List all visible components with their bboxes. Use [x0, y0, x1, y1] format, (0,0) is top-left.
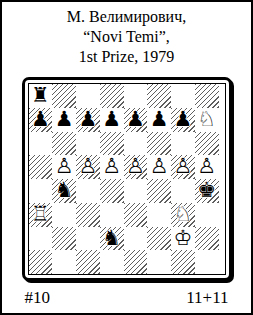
piece-outline-layer: ♖: [29, 203, 53, 227]
square-f4: [147, 179, 171, 203]
chess-board-inner-frame: ♜♜♟♟♟♟♟♟♟♟♟♟♟♟♟♟♞♘♟♙♟♙♟♙♟♙♟♙♟♙♟♙♞♞♚♚♜♖♞♘…: [28, 83, 226, 275]
square-b5: ♟♙: [52, 155, 76, 179]
square-d3: [100, 203, 124, 227]
piece-outline-layer: ♟: [124, 108, 148, 132]
square-e8: [124, 84, 148, 108]
square-a1: [29, 250, 53, 274]
piece-outline-layer: ♙: [147, 155, 171, 179]
piece-outline-layer: ♘: [171, 203, 195, 227]
piece-outline-layer: ♙: [52, 155, 76, 179]
black-pawn-f7: ♟♟: [147, 108, 171, 132]
white-knight-g3: ♞♘: [171, 203, 195, 227]
square-c1: [76, 250, 100, 274]
stipulation-label: #10: [25, 288, 51, 308]
square-f1: [147, 250, 171, 274]
square-g5: ♟♙: [171, 155, 195, 179]
square-g7: ♟♟: [171, 108, 195, 132]
square-e4: [124, 179, 148, 203]
square-a8: ♜♜: [29, 84, 53, 108]
award-line: 1st Prize, 1979: [2, 47, 251, 67]
square-g6: [171, 132, 195, 156]
square-a6: [29, 132, 53, 156]
square-c8: [76, 84, 100, 108]
white-pawn-d5: ♟♙: [100, 155, 124, 179]
white-pawn-b5: ♟♙: [52, 155, 76, 179]
square-g4: [171, 179, 195, 203]
square-h4: ♚♚: [195, 179, 219, 203]
square-f6: [147, 132, 171, 156]
piece-outline-layer: ♙: [76, 155, 100, 179]
square-b6: [52, 132, 76, 156]
square-d2: ♞♞: [100, 227, 124, 251]
square-c6: [76, 132, 100, 156]
square-c3: [76, 203, 100, 227]
square-g2: ♚♔: [171, 227, 195, 251]
piece-outline-layer: ♟: [147, 108, 171, 132]
square-c4: [76, 179, 100, 203]
square-d7: ♟♟: [100, 108, 124, 132]
black-knight-d2: ♞♞: [100, 227, 124, 251]
square-b1: [52, 250, 76, 274]
square-e6: [124, 132, 148, 156]
black-pawn-g7: ♟♟: [171, 108, 195, 132]
square-f5: ♟♙: [147, 155, 171, 179]
square-c5: ♟♙: [76, 155, 100, 179]
square-e5: ♟♙: [124, 155, 148, 179]
square-e1: [124, 250, 148, 274]
black-pawn-a7: ♟♟: [29, 108, 53, 132]
square-c2: [76, 227, 100, 251]
black-king-h4: ♚♚: [195, 179, 219, 203]
square-d6: [100, 132, 124, 156]
square-b4: ♞♞: [52, 179, 76, 203]
square-f2: [147, 227, 171, 251]
square-h8: [195, 84, 219, 108]
square-h7: ♞♘: [195, 108, 219, 132]
piece-outline-layer: ♔: [171, 227, 195, 251]
author-line: М. Велимирович,: [2, 7, 251, 27]
square-h6: [195, 132, 219, 156]
black-knight-b4: ♞♞: [52, 179, 76, 203]
caption-row: #10 11+11: [25, 288, 229, 308]
problem-header: М. Велимирович, “Novi Temi”, 1st Prize, …: [2, 2, 251, 67]
square-e2: [124, 227, 148, 251]
square-b2: [52, 227, 76, 251]
square-a7: ♟♟: [29, 108, 53, 132]
piece-outline-layer: ♟: [100, 108, 124, 132]
white-knight-h7: ♞♘: [195, 108, 219, 132]
piece-outline-layer: ♞: [100, 227, 124, 251]
square-g1: [171, 250, 195, 274]
white-pawn-c5: ♟♙: [76, 155, 100, 179]
square-g3: ♞♘: [171, 203, 195, 227]
square-d8: [100, 84, 124, 108]
piece-outline-layer: ♟: [29, 108, 53, 132]
source-line: “Novi Temi”,: [2, 27, 251, 47]
square-d4: [100, 179, 124, 203]
piece-outline-layer: ♙: [171, 155, 195, 179]
white-pawn-f5: ♟♙: [147, 155, 171, 179]
square-h5: ♟♙: [195, 155, 219, 179]
piece-outline-layer: ♙: [195, 155, 219, 179]
black-rook-a8: ♜♜: [29, 84, 53, 108]
square-c7: ♟♟: [76, 108, 100, 132]
square-f3: [147, 203, 171, 227]
square-b8: [52, 84, 76, 108]
square-f7: ♟♟: [147, 108, 171, 132]
square-a5: [29, 155, 53, 179]
piece-outline-layer: ♞: [52, 179, 76, 203]
square-a4: [29, 179, 53, 203]
material-count-label: 11+11: [186, 288, 228, 308]
piece-outline-layer: ♟: [52, 108, 76, 132]
square-h3: [195, 203, 219, 227]
square-d5: ♟♙: [100, 155, 124, 179]
black-pawn-b7: ♟♟: [52, 108, 76, 132]
black-pawn-c7: ♟♟: [76, 108, 100, 132]
piece-outline-layer: ♘: [195, 108, 219, 132]
black-pawn-e7: ♟♟: [124, 108, 148, 132]
chess-board-frame: ♜♜♟♟♟♟♟♟♟♟♟♟♟♟♟♟♞♘♟♙♟♙♟♙♟♙♟♙♟♙♟♙♞♞♚♚♜♖♞♘…: [22, 77, 232, 281]
piece-outline-layer: ♚: [195, 179, 219, 203]
white-pawn-h5: ♟♙: [195, 155, 219, 179]
square-b7: ♟♟: [52, 108, 76, 132]
piece-outline-layer: ♜: [29, 84, 53, 108]
square-a2: [29, 227, 53, 251]
square-e7: ♟♟: [124, 108, 148, 132]
white-king-g2: ♚♔: [171, 227, 195, 251]
square-d1: [100, 250, 124, 274]
square-g8: [171, 84, 195, 108]
square-b3: [52, 203, 76, 227]
chess-board: ♜♜♟♟♟♟♟♟♟♟♟♟♟♟♟♟♞♘♟♙♟♙♟♙♟♙♟♙♟♙♟♙♞♞♚♚♜♖♞♘…: [29, 84, 225, 274]
piece-outline-layer: ♙: [124, 155, 148, 179]
white-pawn-g5: ♟♙: [171, 155, 195, 179]
white-pawn-e5: ♟♙: [124, 155, 148, 179]
square-h1: [195, 250, 219, 274]
white-rook-a3: ♜♖: [29, 203, 53, 227]
square-h2: [195, 227, 219, 251]
square-e3: [124, 203, 148, 227]
square-a3: ♜♖: [29, 203, 53, 227]
piece-outline-layer: ♟: [171, 108, 195, 132]
square-f8: [147, 84, 171, 108]
piece-outline-layer: ♙: [100, 155, 124, 179]
problem-diagram-page: М. Велимирович, “Novi Temi”, 1st Prize, …: [0, 0, 253, 315]
black-pawn-d7: ♟♟: [100, 108, 124, 132]
piece-outline-layer: ♟: [76, 108, 100, 132]
